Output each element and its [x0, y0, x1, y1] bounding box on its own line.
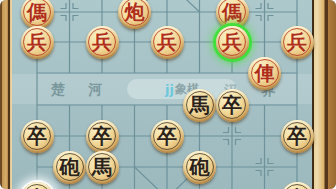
piece-black-soldier-e6[interactable]: 卒	[151, 120, 184, 153]
piece-character: 兵	[287, 32, 307, 52]
piece-black-soldier-g5[interactable]: 卒	[216, 89, 249, 122]
piece-character: 傌	[222, 2, 242, 22]
piece-character: 馬	[92, 157, 112, 177]
piece-black-soldier-i6[interactable]: 卒	[281, 120, 314, 153]
piece-red-soldier-g3[interactable]: 兵	[216, 26, 249, 59]
piece-character: 砲	[60, 157, 80, 177]
piece-character: 兵	[27, 32, 47, 52]
piece-black-horse-f5[interactable]: 馬	[183, 89, 216, 122]
piece-black-soldier-c6[interactable]: 卒	[86, 120, 119, 153]
piece-red-chariot-h4[interactable]: 俥	[248, 57, 281, 90]
wood-frame-left	[0, 0, 12, 189]
piece-character: 傌	[27, 2, 47, 22]
xiangqi-board[interactable]: 楚 河 汉 界 jj 象棋 傌炮傌兵兵兵兵兵俥馬卒卒卒卒卒砲馬砲車車	[0, 0, 336, 189]
piece-black-cannon-f7[interactable]: 砲	[183, 151, 216, 184]
piece-black-cannon-b7[interactable]: 砲	[53, 151, 86, 184]
wood-frame-right	[312, 0, 336, 189]
piece-character: 兵	[92, 32, 112, 52]
piece-character: 馬	[190, 95, 210, 115]
piece-black-horse-c7[interactable]: 馬	[86, 151, 119, 184]
piece-black-soldier-a6[interactable]: 卒	[21, 120, 54, 153]
piece-red-soldier-a3[interactable]: 兵	[21, 26, 54, 59]
piece-character: 砲	[190, 157, 210, 177]
piece-character: 炮	[125, 2, 145, 22]
piece-character: 俥	[255, 63, 275, 83]
piece-character: 兵	[222, 32, 242, 52]
piece-red-cannon-d2[interactable]: 炮	[118, 0, 151, 29]
piece-red-soldier-e3[interactable]: 兵	[151, 26, 184, 59]
piece-red-soldier-i3[interactable]: 兵	[281, 26, 314, 59]
piece-character: 卒	[222, 95, 242, 115]
piece-character: 車	[287, 188, 307, 189]
piece-character: 兵	[157, 32, 177, 52]
piece-red-soldier-c3[interactable]: 兵	[86, 26, 119, 59]
river-label-chu-he: 楚 河	[51, 81, 113, 99]
piece-character: 卒	[27, 126, 47, 146]
watermark-brand: jj	[165, 82, 174, 97]
piece-character: 卒	[157, 126, 177, 146]
piece-character: 車	[27, 188, 47, 189]
piece-red-horse-a2[interactable]: 傌	[21, 0, 54, 29]
piece-character: 卒	[92, 126, 112, 146]
piece-red-horse-g2[interactable]: 傌	[216, 0, 249, 29]
piece-character: 卒	[287, 126, 307, 146]
